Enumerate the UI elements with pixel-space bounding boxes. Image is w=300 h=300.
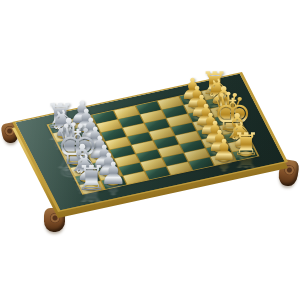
chess-set-photo: ♜♜♞♞♝♝♛♛♚♚♝♝♞♞♜♜♟♟♟♟♟♟♟♟♟♟♟♟♟♟♟♟♟♟♟♟♟♟♟♟… [0, 0, 300, 300]
piece-black-pawn-h7: ♟ [211, 136, 237, 165]
pieces-layer: ♜♜♞♞♝♝♛♛♚♚♝♝♞♞♜♜♟♟♟♟♟♟♟♟♟♟♟♟♟♟♟♟♟♟♟♟♟♟♟♟… [0, 0, 300, 300]
piece-white-rook-h1: ♜ [76, 160, 107, 194]
